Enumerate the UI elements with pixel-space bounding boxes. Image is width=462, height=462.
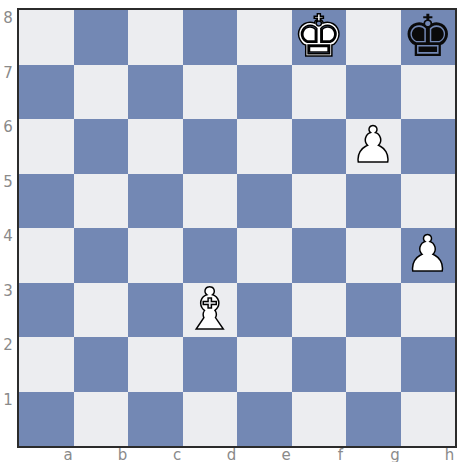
file-label-a: a (60, 448, 76, 462)
square-e4[interactable] (237, 228, 292, 283)
square-a4[interactable] (19, 228, 74, 283)
square-a5[interactable] (19, 174, 74, 229)
square-b2[interactable] (74, 337, 129, 392)
square-e8[interactable] (237, 10, 292, 65)
piece-white-bishop[interactable]: ♝ (184, 280, 236, 338)
square-f1[interactable] (292, 392, 347, 447)
square-e5[interactable] (237, 174, 292, 229)
square-e6[interactable] (237, 119, 292, 174)
square-h7[interactable] (401, 65, 456, 120)
piece-white-pawn[interactable]: ♟ (405, 229, 450, 279)
square-c7[interactable] (128, 65, 183, 120)
square-e7[interactable] (237, 65, 292, 120)
file-label-d: d (224, 448, 240, 462)
square-g7[interactable] (346, 65, 401, 120)
file-label-f: f (333, 448, 349, 462)
square-h2[interactable] (401, 337, 456, 392)
square-c6[interactable] (128, 119, 183, 174)
square-h3[interactable] (401, 283, 456, 338)
square-f5[interactable] (292, 174, 347, 229)
square-f7[interactable] (292, 65, 347, 120)
square-a8[interactable] (19, 10, 74, 65)
square-c4[interactable] (128, 228, 183, 283)
file-label-c: c (169, 448, 185, 462)
square-a3[interactable] (19, 283, 74, 338)
piece-black-king[interactable]: ♚ (402, 7, 454, 65)
square-g6[interactable]: ♟ (346, 119, 401, 174)
rank-label-1: 1 (1, 393, 15, 408)
square-f3[interactable] (292, 283, 347, 338)
square-b3[interactable] (74, 283, 129, 338)
square-c8[interactable] (128, 10, 183, 65)
square-c3[interactable] (128, 283, 183, 338)
square-h6[interactable] (401, 119, 456, 174)
square-d5[interactable] (183, 174, 238, 229)
square-d8[interactable] (183, 10, 238, 65)
square-a1[interactable] (19, 392, 74, 447)
square-g8[interactable] (346, 10, 401, 65)
square-g4[interactable] (346, 228, 401, 283)
piece-white-king[interactable]: ♚ (293, 7, 345, 65)
square-e2[interactable] (237, 337, 292, 392)
rank-label-2: 2 (1, 338, 15, 353)
square-g5[interactable] (346, 174, 401, 229)
rank-label-8: 8 (1, 11, 15, 26)
square-d6[interactable] (183, 119, 238, 174)
piece-white-pawn[interactable]: ♟ (351, 120, 396, 170)
rank-label-6: 6 (1, 120, 15, 135)
square-f4[interactable] (292, 228, 347, 283)
file-label-b: b (115, 448, 131, 462)
square-g2[interactable] (346, 337, 401, 392)
rank-label-5: 5 (1, 175, 15, 190)
square-g3[interactable] (346, 283, 401, 338)
square-h8[interactable]: ♚ (401, 10, 456, 65)
rank-label-3: 3 (1, 284, 15, 299)
square-b5[interactable] (74, 174, 129, 229)
rank-label-7: 7 (1, 66, 15, 81)
square-e3[interactable] (237, 283, 292, 338)
square-a6[interactable] (19, 119, 74, 174)
square-d1[interactable] (183, 392, 238, 447)
chess-board: ♚♚♟♟♝ (17, 8, 457, 448)
square-b1[interactable] (74, 392, 129, 447)
square-b7[interactable] (74, 65, 129, 120)
file-label-h: h (442, 448, 458, 462)
square-d7[interactable] (183, 65, 238, 120)
rank-label-4: 4 (1, 229, 15, 244)
square-g1[interactable] (346, 392, 401, 447)
square-f6[interactable] (292, 119, 347, 174)
file-label-g: g (387, 448, 403, 462)
square-h5[interactable] (401, 174, 456, 229)
square-h4[interactable]: ♟ (401, 228, 456, 283)
square-c2[interactable] (128, 337, 183, 392)
square-a2[interactable] (19, 337, 74, 392)
square-f8[interactable]: ♚ (292, 10, 347, 65)
square-d2[interactable] (183, 337, 238, 392)
square-h1[interactable] (401, 392, 456, 447)
square-b8[interactable] (74, 10, 129, 65)
square-c1[interactable] (128, 392, 183, 447)
text-cursor-artifact: _ (291, 451, 298, 462)
square-b6[interactable] (74, 119, 129, 174)
square-e1[interactable] (237, 392, 292, 447)
square-f2[interactable] (292, 337, 347, 392)
square-b4[interactable] (74, 228, 129, 283)
square-d3[interactable]: ♝ (183, 283, 238, 338)
square-a7[interactable] (19, 65, 74, 120)
square-c5[interactable] (128, 174, 183, 229)
